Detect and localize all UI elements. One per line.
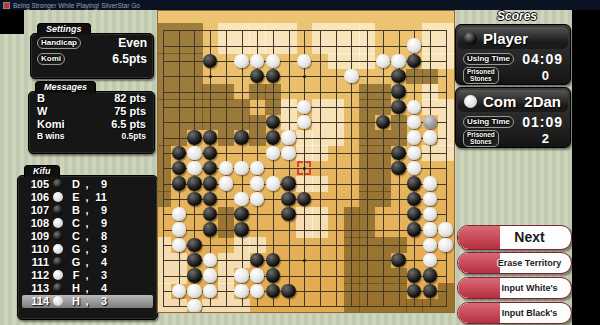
kifu-row: 111G,4 xyxy=(22,256,153,269)
black-stone xyxy=(391,146,405,160)
black-stone xyxy=(187,268,201,282)
white-stone xyxy=(250,192,264,206)
silverstar-go-window: Being Stronger While Playing! SilverStar… xyxy=(0,0,600,325)
player-score-card: Player Using Time 04:09 PrisonedStones 0 xyxy=(455,24,571,85)
right-black-band xyxy=(572,10,600,325)
black-stone xyxy=(187,238,201,252)
kifu-row: 110G,3 xyxy=(22,242,153,255)
message-label: B wins xyxy=(37,131,64,142)
com-rank: 2Dan xyxy=(524,93,561,110)
white-stone xyxy=(407,115,421,129)
grid-line-vertical xyxy=(320,30,321,307)
black-stone xyxy=(203,161,217,175)
kifu-row: 114H,3 xyxy=(22,295,153,308)
grid-line-horizontal xyxy=(163,306,447,307)
black-stone xyxy=(234,222,248,236)
black-stone xyxy=(407,176,421,190)
com-using-time: 01:09 xyxy=(522,114,563,130)
message-label: W xyxy=(37,105,47,118)
white-stone xyxy=(391,54,405,68)
com-name: Com xyxy=(483,93,516,110)
white-stone-icon xyxy=(53,296,63,306)
grid-line-vertical xyxy=(383,30,384,307)
kifu-row: 109C,8 xyxy=(22,229,153,242)
white-stone xyxy=(203,253,217,267)
white-stone xyxy=(423,222,437,236)
white-stone xyxy=(266,54,280,68)
black-stone xyxy=(376,115,390,129)
white-stone xyxy=(407,130,421,144)
player-name: Player xyxy=(483,30,528,47)
kifu-row-number: 4 xyxy=(91,256,107,268)
black-stone xyxy=(250,69,264,83)
black-stone xyxy=(297,192,311,206)
kifu-comma: , xyxy=(83,295,91,307)
black-stone xyxy=(407,268,421,282)
black-stone xyxy=(203,176,217,190)
black-stone xyxy=(266,115,280,129)
kifu-move-number: 110 xyxy=(22,243,49,255)
kifu-comma: , xyxy=(83,243,91,255)
corner-black-block xyxy=(0,10,24,34)
black-stone xyxy=(391,253,405,267)
white-stone xyxy=(219,176,233,190)
white-stone xyxy=(423,130,437,144)
message-value: 82 pts xyxy=(114,92,146,105)
com-score-card: Com 2Dan Using Time 01:09 PrisonedStones… xyxy=(455,87,571,148)
black-stone xyxy=(172,146,186,160)
black-stone xyxy=(203,54,217,68)
messages-row: B wins0.5pts xyxy=(29,131,154,142)
messages-body: B82 ptsW75 ptsKomi6.5 ptsB wins0.5pts xyxy=(29,92,154,142)
kifu-comma: , xyxy=(83,269,91,281)
kifu-row-number: 9 xyxy=(91,178,107,190)
grid-line-vertical xyxy=(446,30,447,307)
kifu-col-letter: D xyxy=(69,178,83,190)
black-stone xyxy=(203,192,217,206)
message-label: B xyxy=(37,92,45,105)
kifu-panel: Kifu 105D,9106E,11107B,9108C,9109C,8110G… xyxy=(17,175,158,320)
black-stone xyxy=(266,268,280,282)
kifu-row: 106E,11 xyxy=(22,190,153,203)
white-stone-icon xyxy=(53,270,63,280)
kifu-col-letter: G xyxy=(69,243,83,255)
white-stone xyxy=(344,69,358,83)
black-stone xyxy=(281,176,295,190)
black-stone-icon xyxy=(53,179,63,189)
white-stone xyxy=(187,161,201,175)
kifu-move-number: 112 xyxy=(22,269,49,281)
black-stone xyxy=(281,192,295,206)
kifu-row-number: 9 xyxy=(91,217,107,229)
button-label: Next xyxy=(458,226,571,249)
black-stone xyxy=(391,84,405,98)
black-stone xyxy=(407,207,421,221)
kifu-col-letter: G xyxy=(69,256,83,268)
black-stone xyxy=(423,268,437,282)
white-stone xyxy=(423,192,437,206)
black-stone xyxy=(391,69,405,83)
kifu-move-number: 109 xyxy=(22,230,49,242)
player-using-time-label: Using Time xyxy=(463,53,514,65)
black-stone-icon xyxy=(53,257,63,267)
player-using-time: 04:09 xyxy=(522,51,563,67)
gray-stone xyxy=(423,115,437,129)
input-blacks-territory-button[interactable]: Input Black's Territory xyxy=(457,302,572,324)
white-stone xyxy=(172,284,186,298)
kifu-row: 113H,4 xyxy=(22,282,153,295)
kifu-col-letter: H xyxy=(69,295,83,307)
white-stone xyxy=(187,146,201,160)
kifu-move-number: 111 xyxy=(22,256,49,268)
white-stone xyxy=(438,222,452,236)
app-icon xyxy=(3,2,10,9)
white-stone xyxy=(172,222,186,236)
button-label: Erase Territory xyxy=(458,253,571,273)
black-stone xyxy=(391,100,405,114)
messages-header: Messages xyxy=(35,81,96,93)
kifu-row: 105D,9 xyxy=(22,177,153,190)
black-stone xyxy=(281,284,295,298)
black-stone xyxy=(203,222,217,236)
go-board[interactable] xyxy=(157,10,455,313)
com-prisoned-count: 2 xyxy=(542,131,549,146)
kifu-comma: , xyxy=(83,191,91,203)
white-stone xyxy=(266,176,280,190)
black-stone xyxy=(203,207,217,221)
black-stone xyxy=(281,207,295,221)
white-stone xyxy=(187,299,201,313)
black-stone xyxy=(234,207,248,221)
white-stone xyxy=(250,161,264,175)
com-prisoned-label: PrisonedStones xyxy=(463,130,499,147)
white-stone-icon xyxy=(53,192,63,202)
white-stone xyxy=(187,284,201,298)
black-stone xyxy=(266,69,280,83)
kifu-move-number: 108 xyxy=(22,217,49,229)
black-stone xyxy=(407,284,421,298)
grid-line-horizontal xyxy=(163,245,447,246)
kifu-row-number: 4 xyxy=(91,282,107,294)
kifu-move-number: 105 xyxy=(22,178,49,190)
kifu-move-list: 105D,9106E,11107B,9108C,9109C,8110G,3111… xyxy=(18,176,157,309)
white-stone xyxy=(281,130,295,144)
messages-row: Komi6.5 pts xyxy=(29,118,154,131)
white-stone xyxy=(376,54,390,68)
kifu-header: Kifu xyxy=(24,165,60,177)
black-stone xyxy=(187,192,201,206)
black-stone xyxy=(391,161,405,175)
kifu-col-letter: C xyxy=(69,230,83,242)
white-stone xyxy=(250,176,264,190)
grid-line-vertical xyxy=(336,30,337,307)
com-using-time-label: Using Time xyxy=(463,116,514,128)
white-stone xyxy=(234,54,248,68)
scores-header: Scores xyxy=(497,9,537,23)
white-stone xyxy=(297,115,311,129)
black-stone xyxy=(187,130,201,144)
black-stone xyxy=(203,146,217,160)
komi-label: Komi xyxy=(37,53,65,65)
white-stone-icon xyxy=(53,244,63,254)
kifu-move-number: 113 xyxy=(22,282,49,294)
kifu-comma: , xyxy=(83,282,91,294)
star-point xyxy=(303,75,306,78)
button-label: Input White's Territory xyxy=(458,278,571,299)
black-stone xyxy=(187,253,201,267)
kifu-col-letter: B xyxy=(69,204,83,216)
message-value: 0.5pts xyxy=(121,131,146,142)
white-stone xyxy=(234,161,248,175)
kifu-comma: , xyxy=(83,178,91,190)
grid-line-vertical xyxy=(367,30,368,307)
black-stone xyxy=(407,54,421,68)
message-value: 75 pts xyxy=(114,105,146,118)
message-label: Komi xyxy=(37,118,65,131)
settings-panel: Settings Handicap Even Komi 6.5pts xyxy=(30,33,154,79)
black-stone xyxy=(250,253,264,267)
kifu-move-number: 106 xyxy=(22,191,49,203)
kifu-comma: , xyxy=(83,230,91,242)
white-stone xyxy=(423,238,437,252)
white-stone xyxy=(234,192,248,206)
kifu-row-number: 11 xyxy=(91,191,107,203)
white-stone xyxy=(234,268,248,282)
messages-row: B82 pts xyxy=(29,92,154,105)
window-title: Being Stronger While Playing! SilverStar… xyxy=(13,2,140,9)
black-stone xyxy=(266,253,280,267)
star-point xyxy=(303,259,306,262)
handicap-label: Handicap xyxy=(37,37,81,49)
input-whites-territory-button[interactable]: Input White's Territory xyxy=(457,277,572,299)
white-stone xyxy=(423,207,437,221)
star-point xyxy=(209,75,212,78)
kifu-col-letter: E xyxy=(69,191,83,203)
kifu-row: 108C,9 xyxy=(22,216,153,229)
white-stone xyxy=(407,161,421,175)
kifu-move-number: 107 xyxy=(22,204,49,216)
black-stone xyxy=(234,130,248,144)
black-stone-icon xyxy=(53,283,63,293)
white-stone xyxy=(423,176,437,190)
kifu-comma: , xyxy=(83,256,91,268)
white-stone xyxy=(250,268,264,282)
white-stone xyxy=(297,100,311,114)
kifu-row-number: 3 xyxy=(91,295,107,307)
messages-row: W75 pts xyxy=(29,105,154,118)
kifu-move-number: 114 xyxy=(22,295,49,307)
player-prisoned-count: 0 xyxy=(542,68,549,83)
komi-value: 6.5pts xyxy=(112,52,147,66)
black-stone-icon xyxy=(53,205,63,215)
black-stone xyxy=(266,130,280,144)
white-stone xyxy=(266,146,280,160)
kifu-row: 112F,3 xyxy=(22,269,153,282)
white-stone xyxy=(219,161,233,175)
black-stone xyxy=(172,176,186,190)
handicap-value: Even xyxy=(118,36,147,50)
black-stone-icon xyxy=(464,32,477,45)
white-stone xyxy=(250,284,264,298)
black-stone xyxy=(266,284,280,298)
kifu-row: 107B,9 xyxy=(22,203,153,216)
black-stone xyxy=(187,176,201,190)
white-stone xyxy=(423,253,437,267)
white-stone xyxy=(407,146,421,160)
kifu-row-number: 3 xyxy=(91,243,107,255)
black-stone-icon xyxy=(53,231,63,241)
black-stone xyxy=(423,284,437,298)
kifu-row-number: 3 xyxy=(91,269,107,281)
white-stone xyxy=(250,54,264,68)
kifu-row-number: 8 xyxy=(91,230,107,242)
black-stone xyxy=(172,161,186,175)
white-stone xyxy=(203,268,217,282)
messages-panel: Messages B82 ptsW75 ptsKomi6.5 ptsB wins… xyxy=(28,91,155,154)
button-label: Input Black's Territory xyxy=(458,303,571,324)
message-value: 6.5 pts xyxy=(111,118,146,131)
white-stone xyxy=(281,146,295,160)
board-cursor xyxy=(297,161,311,175)
white-stone xyxy=(407,100,421,114)
black-stone xyxy=(407,192,421,206)
kifu-comma: , xyxy=(83,204,91,216)
white-stone-icon xyxy=(464,95,477,108)
white-stone xyxy=(297,54,311,68)
white-stone xyxy=(438,238,452,252)
player-prisoned-label: PrisonedStones xyxy=(463,67,499,84)
kifu-col-letter: F xyxy=(69,269,83,281)
white-stone xyxy=(172,207,186,221)
kifu-comma: , xyxy=(83,217,91,229)
white-stone-icon xyxy=(53,218,63,228)
white-stone xyxy=(203,284,217,298)
kifu-row-number: 9 xyxy=(91,204,107,216)
kifu-col-letter: H xyxy=(69,282,83,294)
white-stone xyxy=(407,38,421,52)
black-stone xyxy=(407,222,421,236)
white-stone xyxy=(234,284,248,298)
black-stone xyxy=(203,130,217,144)
kifu-col-letter: C xyxy=(69,217,83,229)
next-button[interactable]: Next xyxy=(457,225,572,250)
white-stone xyxy=(172,238,186,252)
settings-header: Settings xyxy=(37,23,91,35)
erase-territory-button[interactable]: Erase Territory xyxy=(457,252,572,274)
